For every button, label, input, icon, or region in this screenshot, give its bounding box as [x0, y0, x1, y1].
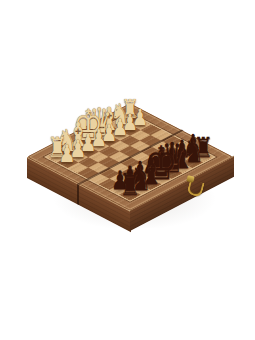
product-photo: ♜♟♞♟♝♟♛♟♚♟♝♟♟♞♜♟♟♜♞♟♟♝♟♛♟♚♟♝♟♞♟♜ [0, 0, 255, 340]
scene: ♜♟♞♟♝♟♛♟♚♟♝♟♟♞♜♟♟♜♞♟♟♝♟♛♟♚♟♝♟♞♟♜ [0, 0, 255, 340]
fold-seam-notch [77, 184, 79, 205]
